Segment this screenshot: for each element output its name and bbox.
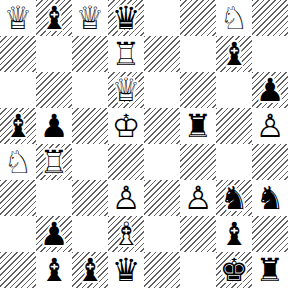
square-h4[interactable] (252, 144, 288, 180)
black-pawn-glyph: ♟ (36, 216, 72, 252)
square-f7[interactable] (180, 36, 216, 72)
black-rook-glyph: ♜ (180, 108, 216, 144)
piece-black-pawn-b2[interactable]: ♟♟ (36, 216, 72, 252)
piece-black-bishop-c1[interactable]: ♝♝ (72, 252, 108, 288)
white-bishop-glyph: ♗ (108, 216, 144, 252)
piece-black-rook-f5[interactable]: ♜♜ (180, 108, 216, 144)
piece-white-pawn-h5[interactable]: ♟♙ (252, 108, 288, 144)
black-queen-glyph: ♛ (108, 0, 144, 36)
square-c6[interactable] (72, 72, 108, 108)
piece-black-bishop-b1[interactable]: ♝♝ (36, 252, 72, 288)
square-b2[interactable]: ♟♟ (36, 216, 72, 252)
square-g1[interactable]: ♚♚ (216, 252, 252, 288)
piece-black-rook-h1[interactable]: ♜♜ (252, 252, 288, 288)
black-bishop-glyph: ♝ (36, 0, 72, 36)
square-h7[interactable] (252, 36, 288, 72)
square-e7[interactable] (144, 36, 180, 72)
black-bishop-glyph: ♝ (36, 252, 72, 288)
piece-white-bishop-d2[interactable]: ♝♗ (108, 216, 144, 252)
white-queen-glyph: ♕ (108, 72, 144, 108)
square-d7[interactable]: ♜♖ (108, 36, 144, 72)
black-king-glyph: ♚ (216, 252, 252, 288)
square-g4[interactable] (216, 144, 252, 180)
square-a6[interactable] (0, 72, 36, 108)
piece-black-pawn-h6[interactable]: ♟♟ (252, 72, 288, 108)
square-c1[interactable]: ♝♝ (72, 252, 108, 288)
square-a1[interactable] (0, 252, 36, 288)
square-g5[interactable] (216, 108, 252, 144)
square-d1[interactable]: ♛♛ (108, 252, 144, 288)
piece-white-rook-d7[interactable]: ♜♖ (108, 36, 144, 72)
white-rook-glyph: ♖ (108, 36, 144, 72)
square-b3[interactable] (36, 180, 72, 216)
piece-white-pawn-f3[interactable]: ♟♙ (180, 180, 216, 216)
square-c5[interactable] (72, 108, 108, 144)
black-pawn-glyph: ♟ (252, 72, 288, 108)
square-b5[interactable]: ♟♟ (36, 108, 72, 144)
white-queen-glyph: ♕ (72, 0, 108, 36)
square-e8[interactable] (144, 0, 180, 36)
square-f5[interactable]: ♜♜ (180, 108, 216, 144)
piece-black-bishop-g7[interactable]: ♝♝ (216, 36, 252, 72)
black-bishop-glyph: ♝ (72, 252, 108, 288)
square-c7[interactable] (72, 36, 108, 72)
square-g2[interactable]: ♝♝ (216, 216, 252, 252)
square-b6[interactable] (36, 72, 72, 108)
square-d8[interactable]: ♛♛ (108, 0, 144, 36)
black-bishop-glyph: ♝ (216, 216, 252, 252)
piece-white-knight-g8[interactable]: ♞♘ (216, 0, 252, 36)
square-c4[interactable] (72, 144, 108, 180)
piece-white-queen-a8[interactable]: ♛♕ (0, 0, 36, 36)
white-pawn-glyph: ♙ (252, 108, 288, 144)
square-b4[interactable]: ♜♖ (36, 144, 72, 180)
square-f8[interactable] (180, 0, 216, 36)
piece-white-queen-d6[interactable]: ♛♕ (108, 72, 144, 108)
black-queen-glyph: ♛ (108, 252, 144, 288)
chess-board: ♛♕♝♝♛♕♛♛♞♘♜♖♝♝♛♕♟♟♝♝♟♟♚♔♜♜♟♙♞♘♜♖♟♙♟♙♞♞♞♞… (0, 0, 288, 288)
white-pawn-glyph: ♙ (108, 180, 144, 216)
square-g6[interactable] (216, 72, 252, 108)
piece-black-queen-d8[interactable]: ♛♛ (108, 0, 144, 36)
square-a5[interactable]: ♝♝ (0, 108, 36, 144)
square-g3[interactable]: ♞♞ (216, 180, 252, 216)
white-knight-glyph: ♘ (216, 0, 252, 36)
square-f2[interactable] (180, 216, 216, 252)
square-e6[interactable] (144, 72, 180, 108)
piece-black-bishop-a5[interactable]: ♝♝ (0, 108, 36, 144)
square-h3[interactable]: ♞♞ (252, 180, 288, 216)
square-a2[interactable] (0, 216, 36, 252)
square-h5[interactable]: ♟♙ (252, 108, 288, 144)
square-g8[interactable]: ♞♘ (216, 0, 252, 36)
piece-black-queen-d1[interactable]: ♛♛ (108, 252, 144, 288)
piece-black-bishop-b8[interactable]: ♝♝ (36, 0, 72, 36)
square-f4[interactable] (180, 144, 216, 180)
square-e1[interactable] (144, 252, 180, 288)
piece-white-king-d5[interactable]: ♚♔ (108, 108, 144, 144)
square-b8[interactable]: ♝♝ (36, 0, 72, 36)
square-d3[interactable]: ♟♙ (108, 180, 144, 216)
square-f3[interactable]: ♟♙ (180, 180, 216, 216)
piece-black-pawn-b5[interactable]: ♟♟ (36, 108, 72, 144)
piece-black-king-g1[interactable]: ♚♚ (216, 252, 252, 288)
square-d6[interactable]: ♛♕ (108, 72, 144, 108)
square-c3[interactable] (72, 180, 108, 216)
white-pawn-glyph: ♙ (180, 180, 216, 216)
white-king-glyph: ♔ (108, 108, 144, 144)
square-a3[interactable] (0, 180, 36, 216)
black-bishop-glyph: ♝ (0, 108, 36, 144)
piece-black-bishop-g2[interactable]: ♝♝ (216, 216, 252, 252)
piece-white-knight-a4[interactable]: ♞♘ (0, 144, 36, 180)
square-h2[interactable] (252, 216, 288, 252)
black-knight-glyph: ♞ (252, 180, 288, 216)
square-h8[interactable] (252, 0, 288, 36)
white-rook-glyph: ♖ (36, 144, 72, 180)
piece-black-knight-g3[interactable]: ♞♞ (216, 180, 252, 216)
square-f6[interactable] (180, 72, 216, 108)
square-b1[interactable]: ♝♝ (36, 252, 72, 288)
square-g7[interactable]: ♝♝ (216, 36, 252, 72)
piece-white-queen-c8[interactable]: ♛♕ (72, 0, 108, 36)
white-queen-glyph: ♕ (0, 0, 36, 36)
black-pawn-glyph: ♟ (36, 108, 72, 144)
square-d4[interactable] (108, 144, 144, 180)
black-knight-glyph: ♞ (216, 180, 252, 216)
square-e5[interactable] (144, 108, 180, 144)
square-d5[interactable]: ♚♔ (108, 108, 144, 144)
black-rook-glyph: ♜ (252, 252, 288, 288)
square-c2[interactable] (72, 216, 108, 252)
square-e4[interactable] (144, 144, 180, 180)
square-h6[interactable]: ♟♟ (252, 72, 288, 108)
square-d2[interactable]: ♝♗ (108, 216, 144, 252)
piece-white-pawn-d3[interactable]: ♟♙ (108, 180, 144, 216)
white-knight-glyph: ♘ (0, 144, 36, 180)
square-c8[interactable]: ♛♕ (72, 0, 108, 36)
piece-white-rook-b4[interactable]: ♜♖ (36, 144, 72, 180)
square-b7[interactable] (36, 36, 72, 72)
square-a8[interactable]: ♛♕ (0, 0, 36, 36)
square-a7[interactable] (0, 36, 36, 72)
square-e3[interactable] (144, 180, 180, 216)
square-h1[interactable]: ♜♜ (252, 252, 288, 288)
square-e2[interactable] (144, 216, 180, 252)
square-f1[interactable] (180, 252, 216, 288)
square-a4[interactable]: ♞♘ (0, 144, 36, 180)
piece-black-knight-h3[interactable]: ♞♞ (252, 180, 288, 216)
black-bishop-glyph: ♝ (216, 36, 252, 72)
